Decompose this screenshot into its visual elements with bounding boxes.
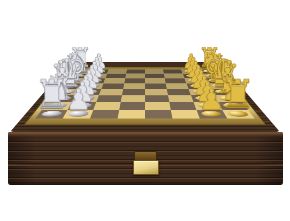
square-c6 [168, 95, 194, 102]
square-c5 [145, 95, 169, 102]
wooden-rim: ♜♟♟♜♞♟♟♞♝♟♟♝♚♟♟♚♛♟♟♛♝♟♟♝♞♟♟♞♜♟♟♜ [10, 62, 280, 132]
square-a5 [145, 110, 172, 119]
brass-clasp [133, 151, 159, 175]
square-a8: ♜ [222, 110, 254, 119]
brass-clasp-tab [134, 151, 157, 160]
white-pawn: ♟ [65, 85, 91, 114]
wooden-case-front [8, 132, 283, 185]
square-a3 [90, 110, 119, 119]
square-b4 [119, 102, 145, 110]
square-c3 [96, 95, 122, 102]
square-b6 [169, 102, 196, 110]
brass-clasp-plate [133, 160, 159, 175]
square-a6 [171, 110, 200, 119]
chess-set-photo: ♜♟♟♜♞♟♟♞♝♟♟♝♚♟♟♚♛♟♟♛♝♟♟♝♞♟♟♞♜♟♟♜ [0, 0, 290, 221]
brass-border: ♜♟♟♜♞♟♟♞♝♟♟♝♚♟♟♚♛♟♟♛♝♟♟♝♞♟♟♞♜♟♟♜ [24, 67, 266, 125]
white-rook: ♜ [34, 75, 69, 114]
board-grid: ♜♟♟♜♞♟♟♞♝♟♟♝♚♟♟♚♛♟♟♛♝♟♟♝♞♟♟♞♜♟♟♜ [35, 69, 255, 118]
chessboard: ♜♟♟♜♞♟♟♞♝♟♟♝♚♟♟♚♛♟♟♛♝♟♟♝♞♟♟♞♜♟♟♜ [10, 62, 280, 132]
square-b5 [145, 102, 171, 110]
square-b3 [93, 102, 120, 110]
black-rook: ♜ [221, 75, 256, 114]
square-a2: ♟ [63, 110, 94, 119]
square-a4 [118, 110, 145, 119]
square-c4 [121, 95, 145, 102]
